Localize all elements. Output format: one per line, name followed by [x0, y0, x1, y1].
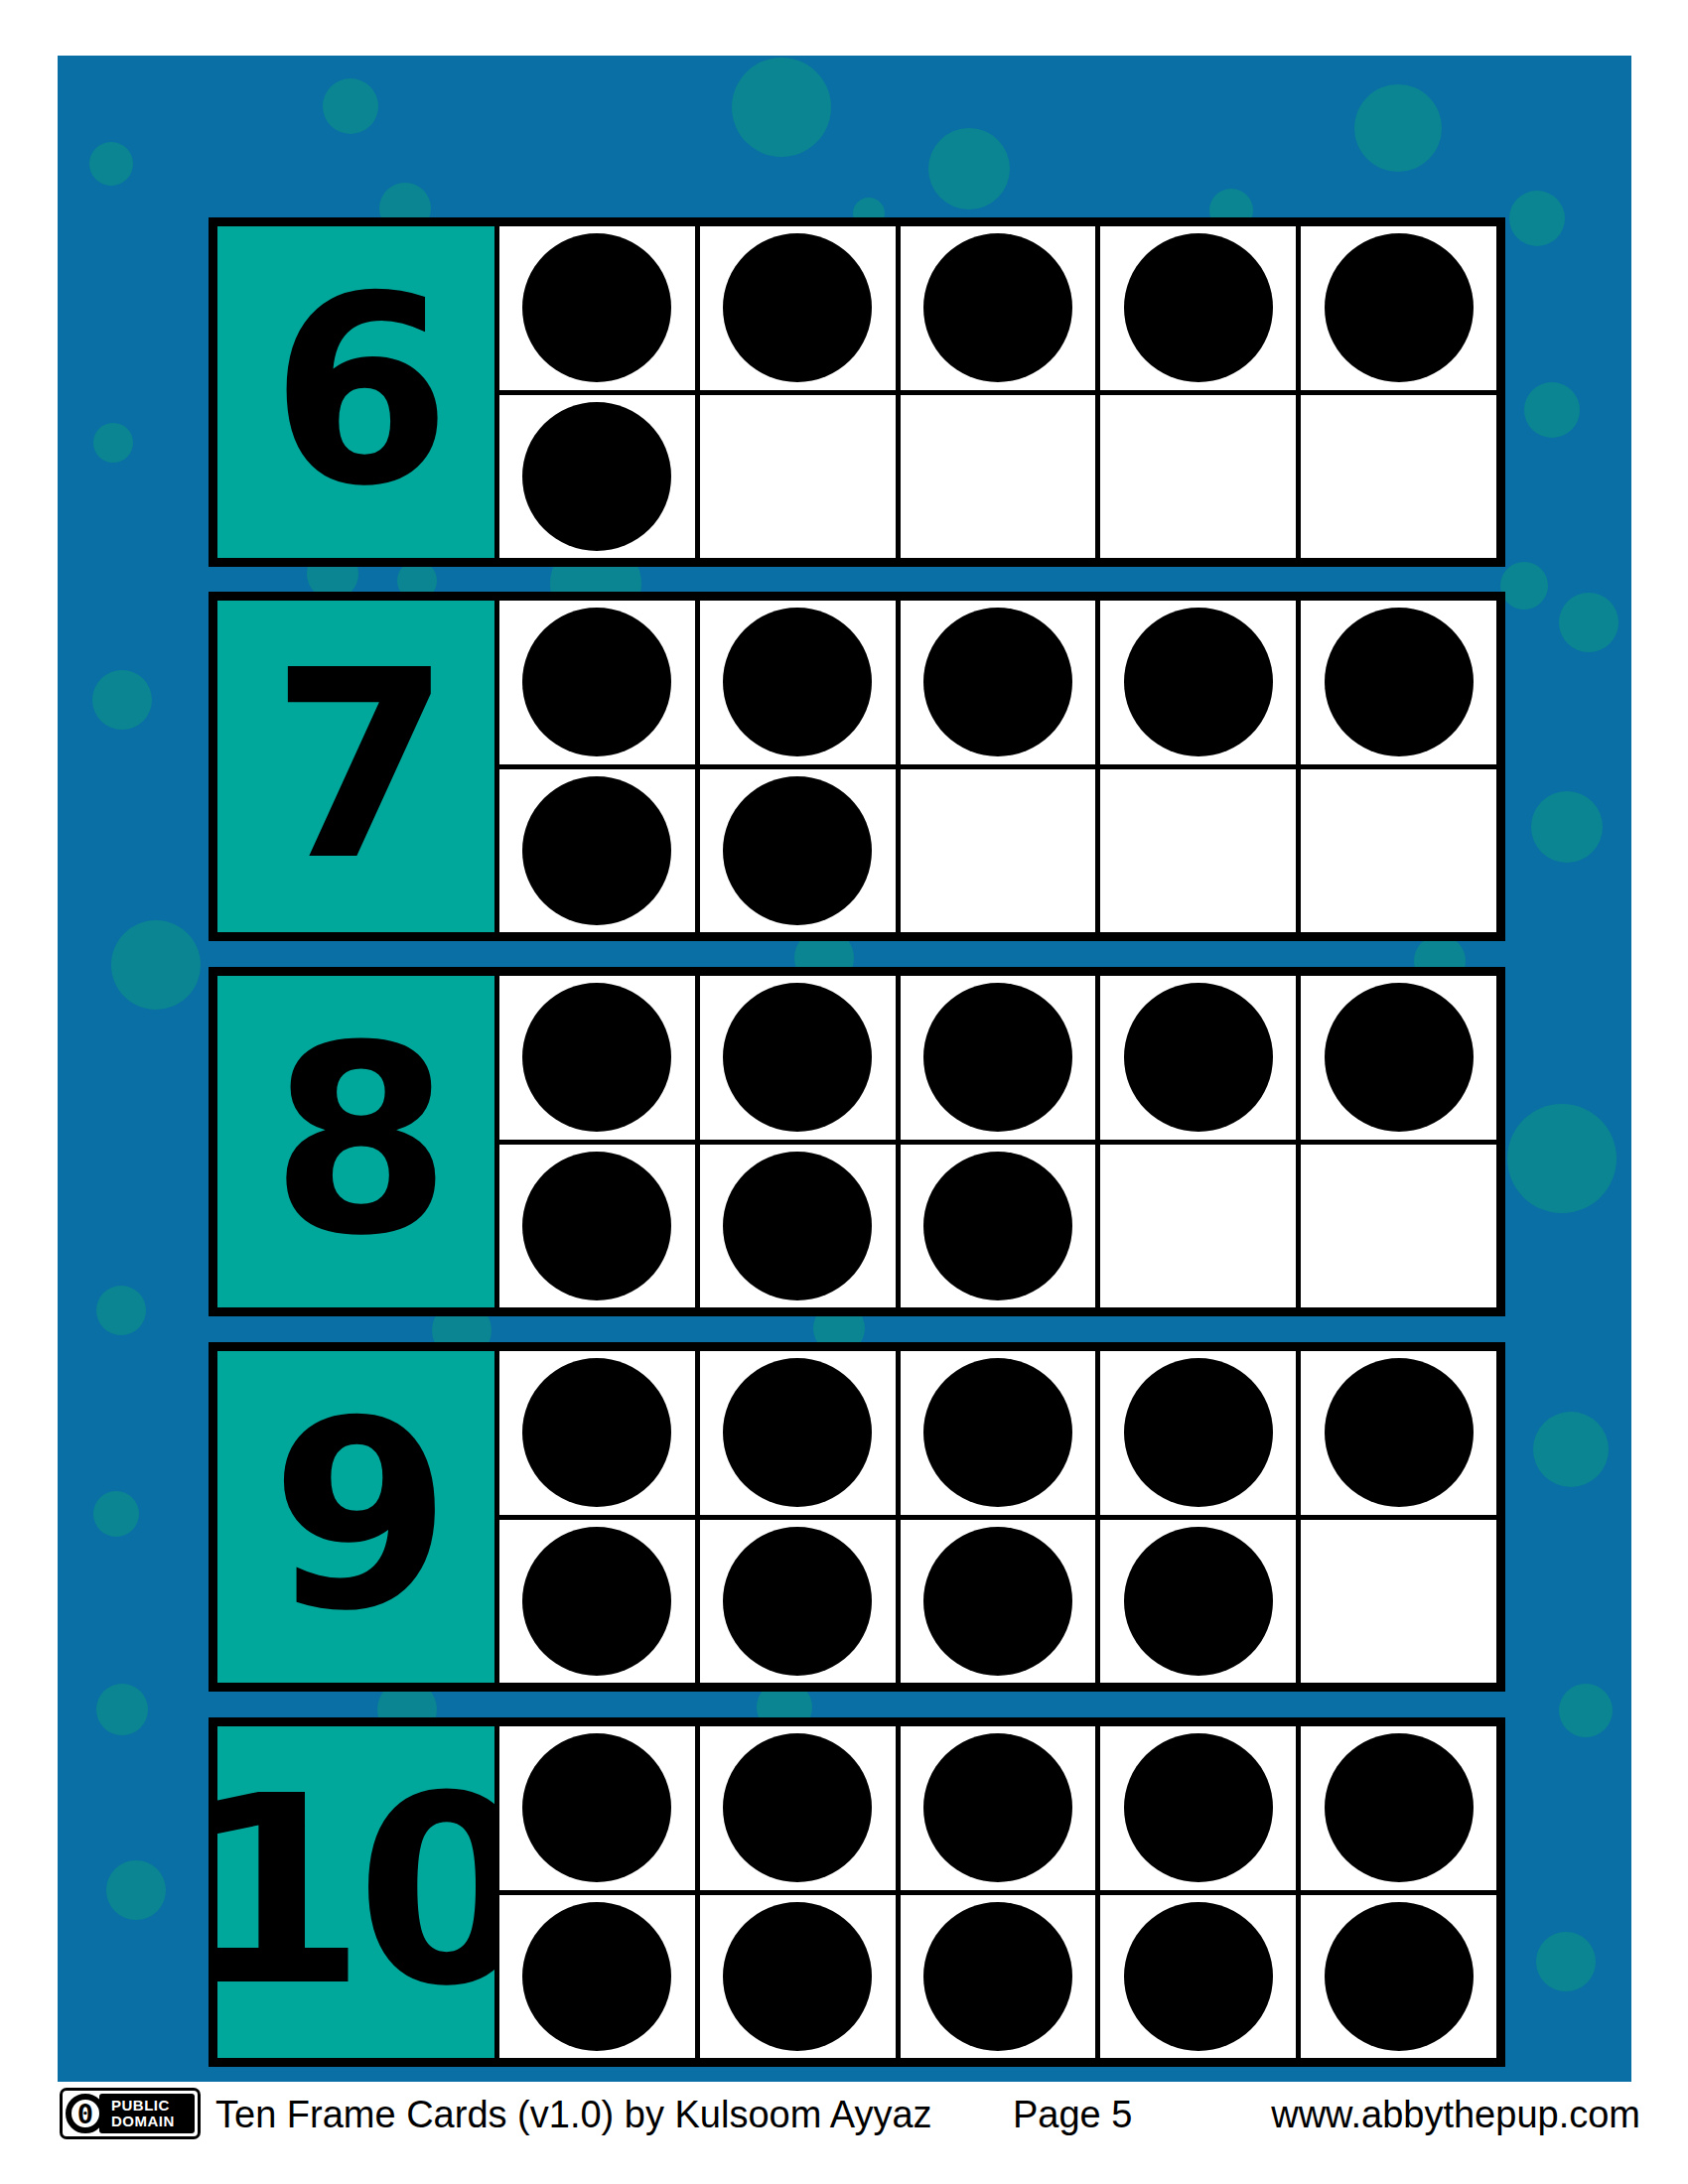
frame-cell: [901, 601, 1096, 764]
number-cell: 10: [217, 1726, 494, 2058]
counter-dot: [522, 1152, 671, 1300]
frame-cell: [901, 1726, 1096, 1890]
frame-cell: [1301, 1145, 1496, 1308]
frame-cell: [1100, 601, 1296, 764]
counter-dot: [923, 233, 1072, 382]
frame-cell: [1301, 976, 1496, 1140]
counter-dot: [1325, 983, 1474, 1132]
ten-frame-card-7: 7: [209, 592, 1505, 941]
frame-cell: [1100, 1145, 1296, 1308]
frame-cell: [499, 1895, 695, 2059]
frame-cell: [901, 1895, 1096, 2059]
ten-frame-card-6: 6: [209, 217, 1505, 567]
number-cell: 6: [217, 226, 494, 558]
public-domain-line1: PUBLIC: [111, 2098, 195, 2114]
frame-cell: [1100, 1520, 1296, 1684]
frame-cell: [1301, 769, 1496, 933]
counter-dot: [1124, 1358, 1273, 1507]
frame-cell: [1100, 976, 1296, 1140]
counter-dot: [1124, 608, 1273, 756]
counter-dot: [923, 1152, 1072, 1300]
counter-dot: [522, 402, 671, 551]
counter-dot: [723, 776, 872, 925]
counter-dot: [522, 1527, 671, 1676]
credit-text: Ten Frame Cards (v1.0) by Kulsoom Ayyaz: [215, 2095, 932, 2136]
frame-cell: [901, 1145, 1096, 1308]
counter-dot: [723, 1152, 872, 1300]
frame-cell: [1100, 226, 1296, 390]
counter-dot: [923, 1527, 1072, 1676]
card-number-label: 8: [270, 1012, 441, 1272]
counter-dot: [1124, 233, 1273, 382]
frame-cell: [700, 601, 896, 764]
page-number: Page 5: [1013, 2095, 1132, 2136]
counter-dot: [522, 1902, 671, 2051]
frame-cell: [1301, 226, 1496, 390]
counter-dot: [522, 233, 671, 382]
frame-cell: [499, 1145, 695, 1308]
counter-dot: [522, 1358, 671, 1507]
frame-cell: [1301, 601, 1496, 764]
counter-dot: [923, 608, 1072, 756]
frame-cell: [1100, 395, 1296, 559]
counter-dot: [923, 1358, 1072, 1507]
frame-cell: [1301, 1520, 1496, 1684]
counter-dot: [723, 1902, 872, 2051]
frame-cell: [901, 769, 1096, 933]
counter-dot: [1325, 1902, 1474, 2051]
counter-dot: [723, 1733, 872, 1882]
public-domain-badge: 0 PUBLIC DOMAIN: [60, 2088, 201, 2139]
frame-cell: [700, 1895, 896, 2059]
frame-cell: [1100, 769, 1296, 933]
number-cell: 7: [217, 601, 494, 932]
frame-cell: [499, 976, 695, 1140]
frame-cell: [1301, 1895, 1496, 2059]
counter-dot: [723, 233, 872, 382]
frame-cell: [1100, 1351, 1296, 1515]
counter-dot: [1325, 1358, 1474, 1507]
counter-dot: [522, 983, 671, 1132]
website-url: www.abbythepup.com: [1271, 2095, 1640, 2136]
frame-cell: [901, 226, 1096, 390]
card-number-label: 10: [185, 1762, 527, 2022]
frame-cell: [1100, 1726, 1296, 1890]
frame-cell: [901, 395, 1096, 559]
counter-dot: [723, 1527, 872, 1676]
frame-cell: [700, 769, 896, 933]
ten-frame-card-10: 10: [209, 1717, 1505, 2067]
page: { "game": "ten-frame-counting-cards", "t…: [0, 0, 1688, 2184]
frame-cell: [700, 1726, 896, 1890]
counter-dot: [1325, 608, 1474, 756]
frame-cell: [1301, 1726, 1496, 1890]
counter-dot: [923, 1902, 1072, 2051]
frame-cell: [1301, 1351, 1496, 1515]
frame-cell: [1301, 395, 1496, 559]
ten-frame-card-8: 8: [209, 967, 1505, 1316]
counter-dot: [923, 1733, 1072, 1882]
counter-dot: [1124, 983, 1273, 1132]
frame-cell: [499, 769, 695, 933]
ten-frame-card-9: 9: [209, 1342, 1505, 1692]
counter-dot: [923, 983, 1072, 1132]
public-domain-label: PUBLIC DOMAIN: [99, 2094, 195, 2133]
number-cell: 8: [217, 976, 494, 1307]
card-number-label: 9: [270, 1387, 441, 1647]
frame-cell: [700, 395, 896, 559]
counter-dot: [723, 983, 872, 1132]
counter-dot: [1325, 1733, 1474, 1882]
counter-dot: [723, 608, 872, 756]
frame-cell: [499, 1726, 695, 1890]
frame-cell: [700, 1351, 896, 1515]
frame-cell: [1100, 1895, 1296, 2059]
frame-cell: [499, 1351, 695, 1515]
card-number-label: 6: [270, 262, 441, 522]
frame-cell: [700, 1520, 896, 1684]
cc-zero-icon: 0: [66, 2094, 105, 2133]
frame-cell: [700, 976, 896, 1140]
card-number-label: 7: [270, 636, 441, 896]
counter-dot: [1124, 1733, 1273, 1882]
frame-cell: [901, 1520, 1096, 1684]
counter-dot: [1124, 1527, 1273, 1676]
number-cell: 9: [217, 1351, 494, 1683]
frame-cell: [700, 1145, 896, 1308]
counter-dot: [1124, 1902, 1273, 2051]
frame-cell: [499, 601, 695, 764]
frame-cell: [901, 976, 1096, 1140]
frame-cell: [700, 226, 896, 390]
ten-frame-card-list: 678910: [0, 0, 1688, 2184]
frame-cell: [499, 226, 695, 390]
frame-cell: [499, 395, 695, 559]
counter-dot: [522, 776, 671, 925]
public-domain-line2: DOMAIN: [111, 2114, 195, 2129]
counter-dot: [522, 608, 671, 756]
counter-dot: [522, 1733, 671, 1882]
frame-cell: [901, 1351, 1096, 1515]
counter-dot: [1325, 233, 1474, 382]
frame-cell: [499, 1520, 695, 1684]
counter-dot: [723, 1358, 872, 1507]
